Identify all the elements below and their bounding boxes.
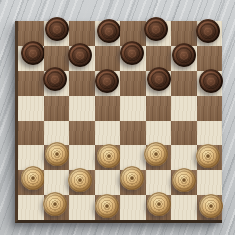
- checker-piece-dark[interactable]: [120, 41, 144, 65]
- square-r3c8[interactable]: [197, 71, 223, 96]
- square-r2c3[interactable]: [69, 46, 95, 71]
- square-r5c8[interactable]: [197, 121, 223, 146]
- square-r1c7[interactable]: [171, 21, 197, 46]
- square-r7c3[interactable]: [69, 170, 95, 195]
- checker-piece-light[interactable]: [199, 194, 223, 218]
- checker-piece-dark[interactable]: [196, 20, 220, 44]
- square-r1c8[interactable]: [197, 21, 223, 46]
- square-r8c2[interactable]: [44, 195, 70, 220]
- checker-piece-light[interactable]: [43, 192, 67, 216]
- square-r2c8[interactable]: [197, 46, 223, 71]
- checker-piece-dark[interactable]: [199, 69, 223, 93]
- square-r4c1[interactable]: [18, 96, 44, 121]
- square-r8c5[interactable]: [120, 195, 146, 220]
- checker-piece-light[interactable]: [120, 166, 144, 190]
- checker-piece-light[interactable]: [196, 144, 220, 168]
- square-r6c6[interactable]: [146, 145, 172, 170]
- checker-piece-light[interactable]: [172, 168, 196, 192]
- square-r8c3[interactable]: [69, 195, 95, 220]
- square-r7c8[interactable]: [197, 170, 223, 195]
- square-r8c4[interactable]: [95, 195, 121, 220]
- square-r7c5[interactable]: [120, 170, 146, 195]
- checker-piece-light[interactable]: [144, 142, 168, 166]
- square-r5c1[interactable]: [18, 121, 44, 146]
- checker-piece-light[interactable]: [147, 192, 171, 216]
- checker-piece-dark[interactable]: [144, 18, 168, 42]
- checker-piece-dark[interactable]: [97, 20, 121, 44]
- checker-piece-dark[interactable]: [45, 18, 69, 42]
- square-r6c2[interactable]: [44, 145, 70, 170]
- square-r5c4[interactable]: [95, 121, 121, 146]
- square-r4c4[interactable]: [95, 96, 121, 121]
- square-r2c7[interactable]: [171, 46, 197, 71]
- square-r3c5[interactable]: [120, 71, 146, 96]
- checker-piece-light[interactable]: [68, 168, 92, 192]
- square-r3c7[interactable]: [171, 71, 197, 96]
- square-r6c7[interactable]: [171, 145, 197, 170]
- square-r6c3[interactable]: [69, 145, 95, 170]
- square-r6c8[interactable]: [197, 145, 223, 170]
- square-r3c6[interactable]: [146, 71, 172, 96]
- checker-piece-light[interactable]: [95, 194, 119, 218]
- square-r4c5[interactable]: [120, 96, 146, 121]
- checkers-board: [15, 21, 222, 223]
- square-r8c1[interactable]: [18, 195, 44, 220]
- square-r3c3[interactable]: [69, 71, 95, 96]
- square-r7c4[interactable]: [95, 170, 121, 195]
- checker-piece-dark[interactable]: [68, 43, 92, 67]
- checker-piece-dark[interactable]: [172, 43, 196, 67]
- square-r1c4[interactable]: [95, 21, 121, 46]
- square-r8c7[interactable]: [171, 195, 197, 220]
- square-r5c7[interactable]: [171, 121, 197, 146]
- square-r7c7[interactable]: [171, 170, 197, 195]
- square-r1c2[interactable]: [44, 21, 70, 46]
- square-r4c7[interactable]: [171, 96, 197, 121]
- square-r4c2[interactable]: [44, 96, 70, 121]
- square-r4c6[interactable]: [146, 96, 172, 121]
- square-r6c4[interactable]: [95, 145, 121, 170]
- square-r4c8[interactable]: [197, 96, 223, 121]
- square-r3c2[interactable]: [44, 71, 70, 96]
- square-r2c4[interactable]: [95, 46, 121, 71]
- square-r2c1[interactable]: [18, 46, 44, 71]
- checker-piece-light[interactable]: [21, 166, 45, 190]
- checker-piece-light[interactable]: [97, 144, 121, 168]
- square-r5c3[interactable]: [69, 121, 95, 146]
- square-r7c1[interactable]: [18, 170, 44, 195]
- square-r5c5[interactable]: [120, 121, 146, 146]
- checker-piece-dark[interactable]: [147, 67, 171, 91]
- square-r1c6[interactable]: [146, 21, 172, 46]
- square-r3c1[interactable]: [18, 71, 44, 96]
- square-r4c3[interactable]: [69, 96, 95, 121]
- checker-piece-dark[interactable]: [43, 67, 67, 91]
- square-r8c6[interactable]: [146, 195, 172, 220]
- checker-piece-dark[interactable]: [95, 69, 119, 93]
- checker-piece-light[interactable]: [45, 142, 69, 166]
- square-r2c5[interactable]: [120, 46, 146, 71]
- table-background: [0, 0, 235, 235]
- square-r1c3[interactable]: [69, 21, 95, 46]
- square-r8c8[interactable]: [197, 195, 223, 220]
- checker-piece-dark[interactable]: [21, 41, 45, 65]
- square-r3c4[interactable]: [95, 71, 121, 96]
